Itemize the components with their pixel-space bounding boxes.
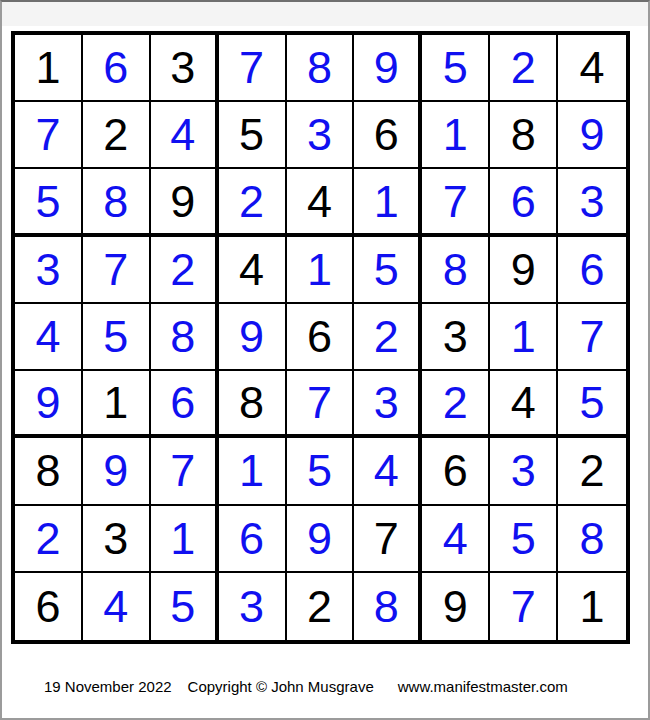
sudoku-cell-r1c8: 2 — [490, 35, 558, 102]
sudoku-cell-r2c9: 9 — [558, 102, 626, 169]
sudoku-cell-r2c2: 2 — [83, 102, 151, 169]
sudoku-cell-r7c2: 9 — [83, 438, 151, 505]
sudoku-cell-r3c3: 9 — [151, 169, 219, 236]
sudoku-cell-r5c9: 7 — [558, 304, 626, 371]
footer-date: 19 November 2022 — [44, 678, 172, 695]
footer-website: www.manifestmaster.com — [398, 678, 568, 695]
sudoku-cell-r8c6: 7 — [354, 506, 422, 573]
sudoku-cell-r4c8: 9 — [490, 237, 558, 304]
sudoku-board: 1637895247245361895892417633724158964589… — [11, 31, 630, 644]
sudoku-cell-r5c8: 1 — [490, 304, 558, 371]
sudoku-cell-r7c3: 7 — [151, 438, 219, 505]
sudoku-cell-r7c9: 2 — [558, 438, 626, 505]
sudoku-cell-r4c5: 1 — [287, 237, 355, 304]
sudoku-cell-r2c7: 1 — [422, 102, 490, 169]
sudoku-cell-r6c3: 6 — [151, 371, 219, 438]
sudoku-cell-r8c4: 6 — [219, 506, 287, 573]
sudoku-cell-r3c5: 4 — [287, 169, 355, 236]
sudoku-cell-r2c3: 4 — [151, 102, 219, 169]
sudoku-cell-r9c7: 9 — [422, 573, 490, 640]
sudoku-cell-r3c9: 3 — [558, 169, 626, 236]
sudoku-cell-r5c3: 8 — [151, 304, 219, 371]
sudoku-cell-r9c6: 8 — [354, 573, 422, 640]
footer-copyright: Copyright © John Musgrave — [188, 678, 374, 695]
sudoku-cell-r3c6: 1 — [354, 169, 422, 236]
sudoku-cell-r8c2: 3 — [83, 506, 151, 573]
sudoku-cell-r8c3: 1 — [151, 506, 219, 573]
page: 1637895247245361895892417633724158964589… — [0, 0, 650, 720]
sudoku-cell-r1c1: 1 — [15, 35, 83, 102]
sudoku-cell-r5c4: 9 — [219, 304, 287, 371]
sudoku-cell-r4c4: 4 — [219, 237, 287, 304]
sudoku-cell-r9c1: 6 — [15, 573, 83, 640]
sudoku-cell-r6c9: 5 — [558, 371, 626, 438]
sudoku-cell-r2c1: 7 — [15, 102, 83, 169]
sudoku-cell-r6c7: 2 — [422, 371, 490, 438]
sudoku-cell-r9c2: 4 — [83, 573, 151, 640]
sudoku-cell-r1c9: 4 — [558, 35, 626, 102]
sudoku-cell-r9c5: 2 — [287, 573, 355, 640]
sudoku-cell-r2c5: 3 — [287, 102, 355, 169]
sudoku-cell-r7c5: 5 — [287, 438, 355, 505]
sudoku-cell-r8c8: 5 — [490, 506, 558, 573]
sudoku-cell-r3c1: 5 — [15, 169, 83, 236]
sudoku-cell-r1c4: 7 — [219, 35, 287, 102]
sudoku-cell-r9c8: 7 — [490, 573, 558, 640]
sudoku-cell-r2c8: 8 — [490, 102, 558, 169]
sudoku-cell-r3c4: 2 — [219, 169, 287, 236]
sudoku-cell-r6c5: 7 — [287, 371, 355, 438]
top-strip — [2, 2, 648, 26]
sudoku-cell-r5c7: 3 — [422, 304, 490, 371]
sudoku-cell-r7c1: 8 — [15, 438, 83, 505]
sudoku-cell-r6c4: 8 — [219, 371, 287, 438]
sudoku-cell-r2c4: 5 — [219, 102, 287, 169]
sudoku-cell-r4c3: 2 — [151, 237, 219, 304]
sudoku-cell-r5c6: 2 — [354, 304, 422, 371]
sudoku-cell-r1c5: 8 — [287, 35, 355, 102]
sudoku-cell-r6c1: 9 — [15, 371, 83, 438]
sudoku-cell-r3c8: 6 — [490, 169, 558, 236]
sudoku-cell-r3c7: 7 — [422, 169, 490, 236]
sudoku-cell-r5c1: 4 — [15, 304, 83, 371]
sudoku-cell-r9c3: 5 — [151, 573, 219, 640]
sudoku-cell-r7c7: 6 — [422, 438, 490, 505]
sudoku-cell-r8c1: 2 — [15, 506, 83, 573]
sudoku-cell-r4c6: 5 — [354, 237, 422, 304]
sudoku-cell-r4c1: 3 — [15, 237, 83, 304]
sudoku-cell-r4c2: 7 — [83, 237, 151, 304]
sudoku-cell-r6c6: 3 — [354, 371, 422, 438]
sudoku-cell-r4c7: 8 — [422, 237, 490, 304]
sudoku-cell-r8c5: 9 — [287, 506, 355, 573]
sudoku-cell-r4c9: 6 — [558, 237, 626, 304]
sudoku-cell-r7c6: 4 — [354, 438, 422, 505]
sudoku-cell-r6c2: 1 — [83, 371, 151, 438]
sudoku-cell-r1c2: 6 — [83, 35, 151, 102]
sudoku-cell-r1c7: 5 — [422, 35, 490, 102]
sudoku-cell-r8c7: 4 — [422, 506, 490, 573]
sudoku-cell-r6c8: 4 — [490, 371, 558, 438]
sudoku-cell-r5c2: 5 — [83, 304, 151, 371]
sudoku-cell-r7c4: 1 — [219, 438, 287, 505]
sudoku-cell-r5c5: 6 — [287, 304, 355, 371]
sudoku-cell-r1c6: 9 — [354, 35, 422, 102]
sudoku-cell-r1c3: 3 — [151, 35, 219, 102]
sudoku-cell-r2c6: 6 — [354, 102, 422, 169]
sudoku-cell-r9c9: 1 — [558, 573, 626, 640]
sudoku-cell-r8c9: 8 — [558, 506, 626, 573]
footer: 19 November 2022 Copyright © John Musgra… — [44, 678, 568, 695]
sudoku-cell-r7c8: 3 — [490, 438, 558, 505]
sudoku-cell-r9c4: 3 — [219, 573, 287, 640]
sudoku-cell-r3c2: 8 — [83, 169, 151, 236]
